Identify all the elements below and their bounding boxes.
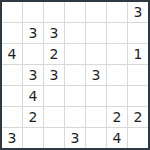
cell-r4c4[interactable] — [65, 65, 85, 85]
cell-r1c5[interactable] — [86, 2, 106, 22]
cell-r3c4[interactable] — [65, 44, 85, 64]
cell-r4c5-clue[interactable]: 3 — [86, 65, 106, 85]
cell-r4c2-clue[interactable]: 3 — [23, 65, 43, 85]
cell-r1c2[interactable] — [23, 2, 43, 22]
cell-r2c2-clue[interactable]: 3 — [23, 23, 43, 43]
cell-r3c7-clue[interactable]: 1 — [128, 44, 148, 64]
cell-r4c6[interactable] — [107, 65, 127, 85]
puzzle-board: 3334213334222334 — [0, 0, 150, 150]
cell-r2c3-clue[interactable]: 3 — [44, 23, 64, 43]
cell-r2c7[interactable] — [128, 23, 148, 43]
cell-r7c4-clue[interactable]: 3 — [65, 128, 85, 148]
cell-r1c3[interactable] — [44, 2, 64, 22]
cell-r2c6[interactable] — [107, 23, 127, 43]
cell-r3c5[interactable] — [86, 44, 106, 64]
cell-r5c2-clue[interactable]: 4 — [23, 86, 43, 106]
cell-r7c6-clue[interactable]: 4 — [107, 128, 127, 148]
cell-r4c1[interactable] — [2, 65, 22, 85]
cell-r2c1[interactable] — [2, 23, 22, 43]
cell-r5c3[interactable] — [44, 86, 64, 106]
cell-r5c6[interactable] — [107, 86, 127, 106]
cell-r5c1[interactable] — [2, 86, 22, 106]
cell-r4c3-clue[interactable]: 3 — [44, 65, 64, 85]
cell-r4c7[interactable] — [128, 65, 148, 85]
cell-r6c5[interactable] — [86, 107, 106, 127]
cell-r3c2[interactable] — [23, 44, 43, 64]
cell-r3c3-clue[interactable]: 2 — [44, 44, 64, 64]
cell-r1c6[interactable] — [107, 2, 127, 22]
cell-r7c5[interactable] — [86, 128, 106, 148]
cell-r2c5[interactable] — [86, 23, 106, 43]
cell-r7c3[interactable] — [44, 128, 64, 148]
cell-r5c5[interactable] — [86, 86, 106, 106]
cell-r5c7[interactable] — [128, 86, 148, 106]
cell-r5c4[interactable] — [65, 86, 85, 106]
cell-r7c1-clue[interactable]: 3 — [2, 128, 22, 148]
cell-r1c7-clue[interactable]: 3 — [128, 2, 148, 22]
cell-r6c1[interactable] — [2, 107, 22, 127]
cell-r1c1[interactable] — [2, 2, 22, 22]
cell-r6c4[interactable] — [65, 107, 85, 127]
cell-r3c6[interactable] — [107, 44, 127, 64]
cell-r6c6-clue[interactable]: 2 — [107, 107, 127, 127]
cell-r3c1-clue[interactable]: 4 — [2, 44, 22, 64]
cell-r1c4[interactable] — [65, 2, 85, 22]
cell-r7c2[interactable] — [23, 128, 43, 148]
cell-r6c7-clue[interactable]: 2 — [128, 107, 148, 127]
cell-r2c4[interactable] — [65, 23, 85, 43]
cell-r6c3[interactable] — [44, 107, 64, 127]
cell-r7c7[interactable] — [128, 128, 148, 148]
cell-r6c2-clue[interactable]: 2 — [23, 107, 43, 127]
